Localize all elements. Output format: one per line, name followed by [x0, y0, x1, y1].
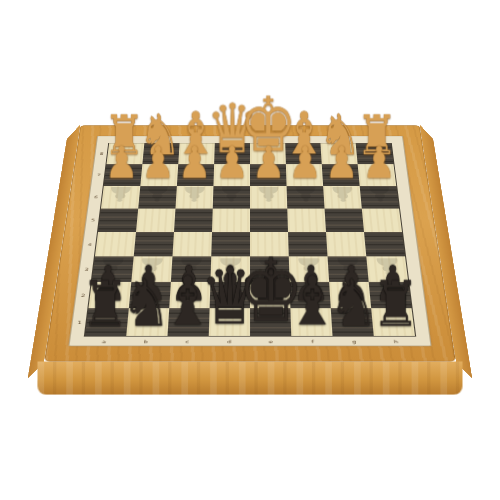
square-c5[interactable]	[174, 209, 213, 232]
square-d7[interactable]	[213, 164, 250, 186]
wooden-chessboard: 87654321 abcdefgh ♟♟♟♟♟♟♟♟♟♟♟♟♟♟♟♟♜♞♝♛♚♝…	[44, 125, 456, 361]
square-b7[interactable]	[140, 164, 178, 186]
square-h5[interactable]	[362, 209, 402, 232]
black-rook-glyph: ♜	[342, 272, 448, 335]
square-f7[interactable]	[286, 164, 323, 186]
square-g7[interactable]	[322, 164, 360, 186]
square-a7[interactable]	[104, 164, 143, 186]
square-h6[interactable]	[360, 186, 399, 209]
square-h7[interactable]	[358, 164, 397, 186]
file-label-d: d	[208, 337, 250, 344]
file-label-e: e	[250, 337, 292, 344]
square-f5[interactable]	[287, 209, 326, 232]
file-label-b: b	[125, 337, 167, 344]
product-photo: 87654321 abcdefgh ♟♟♟♟♟♟♟♟♟♟♟♟♟♟♟♟♜♞♝♛♚♝…	[0, 0, 500, 500]
square-e5[interactable]	[250, 209, 288, 232]
square-g6[interactable]	[323, 186, 362, 209]
chessboard-scene: 87654321 abcdefgh ♟♟♟♟♟♟♟♟♟♟♟♟♟♟♟♟♜♞♝♛♚♝…	[0, 0, 500, 500]
file-label-f: f	[292, 337, 334, 344]
square-e7[interactable]	[250, 164, 287, 186]
file-label-h: h	[375, 337, 418, 344]
file-label-a: a	[83, 337, 126, 344]
square-d6[interactable]	[213, 186, 250, 209]
square-g5[interactable]	[325, 209, 364, 232]
square-g8[interactable]	[320, 143, 357, 164]
file-label-c: c	[166, 337, 208, 344]
square-a5[interactable]	[98, 209, 138, 232]
piece-black-rook-h1[interactable]: ♜	[372, 309, 416, 337]
square-b6[interactable]	[138, 186, 177, 209]
square-f6[interactable]	[287, 186, 325, 209]
square-c8[interactable]	[178, 143, 215, 164]
square-b8[interactable]	[142, 143, 179, 164]
square-a8[interactable]	[106, 143, 144, 164]
file-labels: abcdefgh	[83, 337, 417, 344]
square-b5[interactable]	[136, 209, 175, 232]
square-c7[interactable]	[177, 164, 214, 186]
square-d5[interactable]	[212, 209, 250, 232]
square-h8[interactable]	[356, 143, 394, 164]
square-a6[interactable]	[101, 186, 140, 209]
square-e6[interactable]	[250, 186, 287, 209]
file-label-g: g	[333, 337, 375, 344]
square-f8[interactable]	[285, 143, 322, 164]
square-c6[interactable]	[175, 186, 213, 209]
board-bevel-front	[37, 362, 462, 395]
square-e8[interactable]	[250, 143, 286, 164]
square-d8[interactable]	[214, 143, 250, 164]
